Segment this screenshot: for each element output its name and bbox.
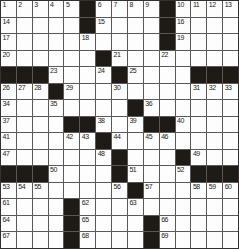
- cell-r14-c7[interactable]: [112, 232, 127, 248]
- clue-number-53: 53: [3, 183, 10, 191]
- cell-r8-c3[interactable]: [49, 133, 64, 149]
- cell-r14-c5[interactable]: 68: [80, 232, 95, 248]
- cell-r9-c5[interactable]: [80, 150, 95, 166]
- cell-r5-c12[interactable]: 31: [191, 84, 206, 100]
- clue-number-59: 59: [209, 183, 216, 191]
- cell-r10-c9[interactable]: [144, 166, 159, 182]
- cell-r4-c11[interactable]: [176, 67, 191, 83]
- cell-r0-c11[interactable]: 10: [176, 1, 191, 17]
- cell-r3-c7[interactable]: 21: [112, 51, 127, 67]
- cell-r14-c2[interactable]: [33, 232, 48, 248]
- clue-number-69: 69: [161, 232, 168, 240]
- cell-r1-c1[interactable]: [17, 18, 32, 34]
- black-square-r8-c6: [96, 133, 111, 149]
- clue-number-57: 57: [145, 183, 152, 191]
- clue-number-45: 45: [145, 133, 152, 141]
- black-square-r9-c11: [176, 150, 191, 166]
- cell-r12-c1[interactable]: [17, 199, 32, 215]
- cell-r0-c9[interactable]: 9: [144, 1, 159, 17]
- cell-r10-c4[interactable]: [64, 166, 79, 182]
- cell-r13-c2[interactable]: [33, 216, 48, 232]
- cell-r10-c11[interactable]: 52: [176, 166, 191, 182]
- cell-r11-c5[interactable]: [80, 183, 95, 199]
- cell-r2-c8[interactable]: [128, 34, 143, 50]
- cell-r0-c2[interactable]: 3: [33, 1, 48, 17]
- cell-r2-c4[interactable]: [64, 34, 79, 50]
- black-square-r7-c9: [144, 117, 159, 133]
- clue-number-21: 21: [114, 51, 121, 59]
- cell-r13-c1[interactable]: [17, 216, 32, 232]
- cell-r7-c2[interactable]: [33, 117, 48, 133]
- clue-number-32: 32: [209, 84, 216, 92]
- cell-r6-c2[interactable]: [33, 100, 48, 116]
- black-square-r4-c14: [223, 67, 238, 83]
- cell-r1-c12[interactable]: [191, 18, 206, 34]
- clue-number-25: 25: [129, 67, 136, 75]
- clue-number-28: 28: [34, 84, 41, 92]
- cell-r3-c11[interactable]: [176, 51, 191, 67]
- clue-number-33: 33: [225, 84, 232, 92]
- cell-r12-c5[interactable]: 62: [80, 199, 95, 215]
- black-square-r4-c0: [1, 67, 16, 83]
- clue-number-23: 23: [50, 67, 57, 75]
- black-square-r4-c1: [17, 67, 32, 83]
- cell-r2-c6[interactable]: [96, 34, 111, 50]
- cell-r4-c8[interactable]: 25: [128, 67, 143, 83]
- cell-r5-c1[interactable]: 27: [17, 84, 32, 100]
- cell-r6-c9[interactable]: 36: [144, 100, 159, 116]
- black-square-r10-c12: [191, 166, 206, 182]
- cell-r2-c9[interactable]: [144, 34, 159, 50]
- cell-r1-c9[interactable]: [144, 18, 159, 34]
- cell-r14-c14[interactable]: [223, 232, 238, 248]
- cell-r4-c5[interactable]: [80, 67, 95, 83]
- black-square-r10-c7: [112, 166, 127, 182]
- clue-number-48: 48: [98, 150, 105, 158]
- clue-number-9: 9: [145, 1, 148, 9]
- cell-r1-c7[interactable]: [112, 18, 127, 34]
- cell-r3-c8[interactable]: [128, 51, 143, 67]
- cell-r13-c11[interactable]: [176, 216, 191, 232]
- black-square-r0-c5: [80, 1, 95, 17]
- cell-r9-c9[interactable]: [144, 150, 159, 166]
- cell-r11-c10[interactable]: [160, 183, 175, 199]
- cell-r13-c3[interactable]: [49, 216, 64, 232]
- cell-r0-c13[interactable]: 12: [207, 1, 222, 17]
- cell-r5-c5[interactable]: [80, 84, 95, 100]
- cell-r11-c2[interactable]: 55: [33, 183, 48, 199]
- cell-r9-c2[interactable]: [33, 150, 48, 166]
- cell-r9-c12[interactable]: 49: [191, 150, 206, 166]
- clue-number-4: 4: [50, 1, 53, 9]
- clue-number-36: 36: [145, 100, 152, 108]
- cell-r6-c0[interactable]: 34: [1, 100, 16, 116]
- cell-r7-c14[interactable]: [223, 117, 238, 133]
- clue-number-44: 44: [114, 133, 121, 141]
- cell-r9-c3[interactable]: [49, 150, 64, 166]
- cell-r12-c7[interactable]: [112, 199, 127, 215]
- clue-number-47: 47: [3, 150, 10, 158]
- cell-r6-c5[interactable]: [80, 100, 95, 116]
- crossword-grid: 1234567891011121314151617181920212223242…: [0, 0, 239, 249]
- black-square-r10-c13: [207, 166, 222, 182]
- cell-r8-c2[interactable]: [33, 133, 48, 149]
- cell-r13-c6[interactable]: [96, 216, 111, 232]
- cell-r5-c11[interactable]: [176, 84, 191, 100]
- cell-r14-c11[interactable]: [176, 232, 191, 248]
- cell-r5-c13[interactable]: 32: [207, 84, 222, 100]
- cell-r10-c6[interactable]: [96, 166, 111, 182]
- black-square-r3-c6: [96, 51, 111, 67]
- cell-r1-c2[interactable]: [33, 18, 48, 34]
- cell-r7-c11[interactable]: 40: [176, 117, 191, 133]
- clue-number-26: 26: [3, 84, 10, 92]
- cell-r4-c3[interactable]: 23: [49, 67, 64, 83]
- black-square-r1-c10: [160, 18, 175, 34]
- cell-r5-c0[interactable]: 26: [1, 84, 16, 100]
- cell-r1-c8[interactable]: [128, 18, 143, 34]
- cell-r7-c0[interactable]: 37: [1, 117, 16, 133]
- cell-r14-c8[interactable]: [128, 232, 143, 248]
- clue-number-41: 41: [3, 133, 10, 141]
- cell-r5-c6[interactable]: [96, 84, 111, 100]
- cell-r4-c6[interactable]: 24: [96, 67, 111, 83]
- cell-r5-c8[interactable]: [128, 84, 143, 100]
- cell-r6-c4[interactable]: [64, 100, 79, 116]
- clue-number-55: 55: [34, 183, 41, 191]
- cell-r5-c10[interactable]: [160, 84, 175, 100]
- clue-number-52: 52: [177, 166, 184, 174]
- clue-number-51: 51: [129, 166, 136, 174]
- cell-r10-c3[interactable]: 50: [49, 166, 64, 182]
- cell-r9-c0[interactable]: 47: [1, 150, 16, 166]
- clue-number-30: 30: [114, 84, 121, 92]
- clue-number-18: 18: [82, 34, 89, 42]
- clue-number-27: 27: [18, 84, 25, 92]
- clue-number-35: 35: [50, 100, 57, 108]
- cell-r4-c9[interactable]: [144, 67, 159, 83]
- cell-r12-c10[interactable]: [160, 199, 175, 215]
- cell-r0-c7[interactable]: 7: [112, 1, 127, 17]
- clue-number-37: 37: [3, 117, 10, 125]
- cell-r2-c7[interactable]: [112, 34, 127, 50]
- cell-r11-c13[interactable]: 59: [207, 183, 222, 199]
- cell-r13-c0[interactable]: 64: [1, 216, 16, 232]
- clue-number-24: 24: [98, 67, 105, 75]
- clue-number-3: 3: [34, 1, 37, 9]
- clue-number-67: 67: [3, 232, 10, 240]
- black-square-r12-c4: [64, 199, 79, 215]
- clue-number-10: 10: [177, 1, 184, 9]
- cell-r11-c14[interactable]: 60: [223, 183, 238, 199]
- cell-r0-c14[interactable]: 13: [223, 1, 238, 17]
- clue-number-50: 50: [50, 166, 57, 174]
- cell-r3-c1[interactable]: [17, 51, 32, 67]
- clue-number-6: 6: [98, 1, 101, 9]
- cell-r6-c1[interactable]: [17, 100, 32, 116]
- black-square-r7-c4: [64, 117, 79, 133]
- cell-r8-c8[interactable]: [128, 133, 143, 149]
- black-square-r2-c10: [160, 34, 175, 50]
- cell-r0-c1[interactable]: 2: [17, 1, 32, 17]
- cell-r12-c11[interactable]: [176, 199, 191, 215]
- black-square-r5-c3: [49, 84, 64, 100]
- cell-r3-c9[interactable]: [144, 51, 159, 67]
- cell-r1-c3[interactable]: [49, 18, 64, 34]
- clue-number-58: 58: [193, 183, 200, 191]
- cell-r12-c12[interactable]: [191, 199, 206, 215]
- cell-r2-c5[interactable]: 18: [80, 34, 95, 50]
- cell-r3-c5[interactable]: [80, 51, 95, 67]
- cell-r12-c13[interactable]: [207, 199, 222, 215]
- cell-r9-c13[interactable]: [207, 150, 222, 166]
- clue-number-63: 63: [129, 199, 136, 207]
- cell-r8-c1[interactable]: [17, 133, 32, 149]
- cell-r14-c12[interactable]: [191, 232, 206, 248]
- clue-number-68: 68: [82, 232, 89, 240]
- cell-r0-c4[interactable]: 5: [64, 1, 79, 17]
- clue-number-42: 42: [66, 133, 73, 141]
- clue-number-1: 1: [3, 1, 6, 9]
- cell-r8-c11[interactable]: [176, 133, 191, 149]
- clue-number-31: 31: [193, 84, 200, 92]
- black-square-r6-c8: [128, 100, 143, 116]
- cell-r8-c10[interactable]: 46: [160, 133, 175, 149]
- cell-r1-c13[interactable]: [207, 18, 222, 34]
- clue-number-7: 7: [114, 1, 117, 9]
- clue-number-2: 2: [18, 1, 21, 9]
- cell-r9-c4[interactable]: [64, 150, 79, 166]
- clue-number-5: 5: [66, 1, 69, 9]
- clue-number-29: 29: [66, 84, 73, 92]
- cell-r3-c13[interactable]: [207, 51, 222, 67]
- cell-r11-c12[interactable]: 58: [191, 183, 206, 199]
- cell-r13-c7[interactable]: [112, 216, 127, 232]
- cell-r12-c6[interactable]: [96, 199, 111, 215]
- black-square-r10-c14: [223, 166, 238, 182]
- cell-r12-c3[interactable]: [49, 199, 64, 215]
- cell-r9-c8[interactable]: [128, 150, 143, 166]
- cell-r4-c4[interactable]: [64, 67, 79, 83]
- cell-r11-c11[interactable]: [176, 183, 191, 199]
- black-square-r4-c7: [112, 67, 127, 83]
- cell-r4-c10[interactable]: [160, 67, 175, 83]
- cell-r8-c0[interactable]: 41: [1, 133, 16, 149]
- cell-r14-c13[interactable]: [207, 232, 222, 248]
- cell-r0-c3[interactable]: 4: [49, 1, 64, 17]
- cell-r5-c7[interactable]: 30: [112, 84, 127, 100]
- cell-r12-c2[interactable]: [33, 199, 48, 215]
- cell-r0-c0[interactable]: 1: [1, 1, 16, 17]
- cell-r12-c14[interactable]: [223, 199, 238, 215]
- cell-r3-c4[interactable]: [64, 51, 79, 67]
- black-square-r1-c5: [80, 18, 95, 34]
- black-square-r11-c8: [128, 183, 143, 199]
- cell-r11-c0[interactable]: 53: [1, 183, 16, 199]
- clue-number-12: 12: [209, 1, 216, 9]
- black-square-r4-c12: [191, 67, 206, 83]
- cell-r2-c3[interactable]: [49, 34, 64, 50]
- black-square-r10-c0: [1, 166, 16, 182]
- cell-r5-c4[interactable]: 29: [64, 84, 79, 100]
- cell-r8-c13[interactable]: [207, 133, 222, 149]
- clue-number-64: 64: [3, 216, 10, 224]
- cell-r3-c2[interactable]: [33, 51, 48, 67]
- cell-r11-c3[interactable]: [49, 183, 64, 199]
- black-square-r7-c10: [160, 117, 175, 133]
- cell-r2-c11[interactable]: 19: [176, 34, 191, 50]
- clue-number-20: 20: [3, 51, 10, 59]
- cell-r7-c7[interactable]: [112, 117, 127, 133]
- cell-r8-c5[interactable]: 43: [80, 133, 95, 149]
- cell-r6-c3[interactable]: 35: [49, 100, 64, 116]
- black-square-r9-c7: [112, 150, 127, 166]
- cell-r12-c0[interactable]: 61: [1, 199, 16, 215]
- clue-number-60: 60: [225, 183, 232, 191]
- cell-r7-c8[interactable]: 39: [128, 117, 143, 133]
- black-square-r14-c9: [144, 232, 159, 248]
- clue-number-40: 40: [177, 117, 184, 125]
- cell-r13-c14[interactable]: [223, 216, 238, 232]
- black-square-r13-c9: [144, 216, 159, 232]
- clue-number-13: 13: [225, 1, 232, 9]
- cell-r1-c0[interactable]: 14: [1, 18, 16, 34]
- clue-number-34: 34: [3, 100, 10, 108]
- cell-r7-c13[interactable]: [207, 117, 222, 133]
- black-square-r4-c13: [207, 67, 222, 83]
- cell-r5-c2[interactable]: 28: [33, 84, 48, 100]
- clue-number-66: 66: [161, 216, 168, 224]
- cell-r14-c3[interactable]: [49, 232, 64, 248]
- cell-r13-c8[interactable]: [128, 216, 143, 232]
- cell-r11-c7[interactable]: 56: [112, 183, 127, 199]
- cell-r12-c8[interactable]: 63: [128, 199, 143, 215]
- cell-r10-c5[interactable]: [80, 166, 95, 182]
- cell-r2-c14[interactable]: [223, 34, 238, 50]
- cell-r13-c12[interactable]: [191, 216, 206, 232]
- cell-r8-c9[interactable]: 45: [144, 133, 159, 149]
- cell-r6-c13[interactable]: [207, 100, 222, 116]
- cell-r8-c4[interactable]: 42: [64, 133, 79, 149]
- cell-r3-c10[interactable]: 22: [160, 51, 175, 67]
- clue-number-17: 17: [3, 34, 10, 42]
- black-square-r14-c4: [64, 232, 79, 248]
- cell-r1-c4[interactable]: [64, 18, 79, 34]
- crossword-page: 1234567891011121314151617181920212223242…: [0, 0, 239, 249]
- cell-r9-c1[interactable]: [17, 150, 32, 166]
- cell-r7-c12[interactable]: [191, 117, 206, 133]
- cell-r6-c7[interactable]: [112, 100, 127, 116]
- cell-r3-c14[interactable]: [223, 51, 238, 67]
- cell-r9-c10[interactable]: [160, 150, 175, 166]
- cell-r1-c14[interactable]: [223, 18, 238, 34]
- cell-r11-c9[interactable]: 57: [144, 183, 159, 199]
- cell-r6-c10[interactable]: [160, 100, 175, 116]
- cell-r2-c12[interactable]: [191, 34, 206, 50]
- cell-r14-c10[interactable]: 69: [160, 232, 175, 248]
- clue-number-14: 14: [3, 18, 10, 26]
- clue-number-15: 15: [98, 18, 105, 26]
- cell-r7-c3[interactable]: [49, 117, 64, 133]
- black-square-r10-c1: [17, 166, 32, 182]
- cell-r1-c11[interactable]: 16: [176, 18, 191, 34]
- cell-r2-c1[interactable]: [17, 34, 32, 50]
- clue-number-8: 8: [129, 1, 132, 9]
- clue-number-22: 22: [161, 51, 168, 59]
- cell-r9-c14[interactable]: [223, 150, 238, 166]
- cell-r10-c8[interactable]: 51: [128, 166, 143, 182]
- black-square-r7-c5: [80, 117, 95, 133]
- clue-number-43: 43: [82, 133, 89, 141]
- cell-r5-c14[interactable]: 33: [223, 84, 238, 100]
- cell-r2-c2[interactable]: [33, 34, 48, 50]
- cell-r0-c8[interactable]: 8: [128, 1, 143, 17]
- black-square-r4-c2: [33, 67, 48, 83]
- cell-r13-c13[interactable]: [207, 216, 222, 232]
- black-square-r13-c4: [64, 216, 79, 232]
- clue-number-54: 54: [18, 183, 25, 191]
- cell-r7-c1[interactable]: [17, 117, 32, 133]
- clue-number-19: 19: [177, 34, 184, 42]
- clue-number-61: 61: [3, 199, 10, 207]
- clue-number-38: 38: [98, 117, 105, 125]
- cell-r1-c6[interactable]: 15: [96, 18, 111, 34]
- cell-r8-c14[interactable]: [223, 133, 238, 149]
- clue-number-65: 65: [82, 216, 89, 224]
- clue-number-16: 16: [177, 18, 184, 26]
- black-square-r0-c10: [160, 1, 175, 17]
- cell-r14-c6[interactable]: [96, 232, 111, 248]
- cell-r13-c10[interactable]: 66: [160, 216, 175, 232]
- clue-number-56: 56: [114, 183, 121, 191]
- clue-number-11: 11: [193, 1, 199, 9]
- cell-r10-c10[interactable]: [160, 166, 175, 182]
- cell-r9-c6[interactable]: 48: [96, 150, 111, 166]
- clue-number-49: 49: [193, 150, 200, 158]
- cell-r8-c12[interactable]: [191, 133, 206, 149]
- cell-r6-c11[interactable]: [176, 100, 191, 116]
- cell-r3-c12[interactable]: [191, 51, 206, 67]
- cell-r13-c5[interactable]: 65: [80, 216, 95, 232]
- cell-r6-c14[interactable]: [223, 100, 238, 116]
- cell-r12-c9[interactable]: [144, 199, 159, 215]
- cell-r7-c6[interactable]: 38: [96, 117, 111, 133]
- cell-r11-c6[interactable]: [96, 183, 111, 199]
- cell-r5-c9[interactable]: [144, 84, 159, 100]
- cell-r6-c6[interactable]: [96, 100, 111, 116]
- clue-number-62: 62: [82, 199, 89, 207]
- cell-r6-c12[interactable]: [191, 100, 206, 116]
- cell-r14-c0[interactable]: 67: [1, 232, 16, 248]
- cell-r2-c0[interactable]: 17: [1, 34, 16, 50]
- cell-r3-c3[interactable]: [49, 51, 64, 67]
- cell-r0-c6[interactable]: 6: [96, 1, 111, 17]
- cell-r0-c12[interactable]: 11: [191, 1, 206, 17]
- cell-r3-c0[interactable]: 20: [1, 51, 16, 67]
- clue-number-46: 46: [161, 133, 168, 141]
- cell-r14-c1[interactable]: [17, 232, 32, 248]
- black-square-r10-c2: [33, 166, 48, 182]
- cell-r11-c4[interactable]: [64, 183, 79, 199]
- clue-number-39: 39: [129, 117, 136, 125]
- cell-r8-c7[interactable]: 44: [112, 133, 127, 149]
- cell-r2-c13[interactable]: [207, 34, 222, 50]
- cell-r11-c1[interactable]: 54: [17, 183, 32, 199]
